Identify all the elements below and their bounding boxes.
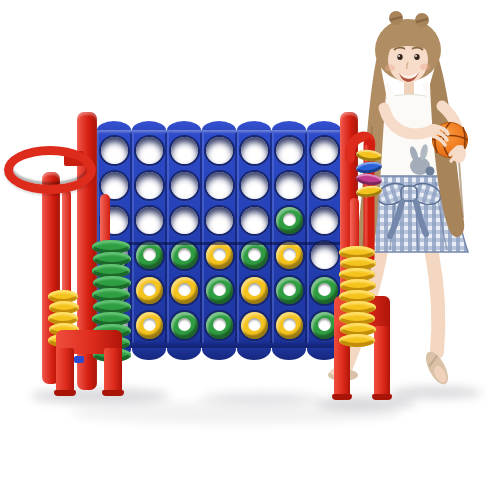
slot-hole — [276, 172, 303, 199]
slot-hole — [276, 137, 303, 164]
yellow-disc — [136, 312, 163, 339]
yellow-disc — [241, 312, 268, 339]
floor-shadow — [70, 402, 400, 424]
cell-r1c2 — [132, 133, 167, 168]
yellow-toss-ring — [339, 334, 375, 347]
cell-r2c6 — [272, 168, 307, 203]
cell-r3c7 — [307, 203, 342, 238]
cell-r1c1 — [97, 133, 132, 168]
cell-r2c3 — [167, 168, 202, 203]
slot-hole — [311, 242, 338, 269]
cell-r5c5 — [237, 273, 272, 308]
slot-hole — [241, 172, 268, 199]
green-disc — [206, 312, 233, 339]
slot-hole — [101, 137, 128, 164]
yellow-disc — [171, 277, 198, 304]
cell-r3c4 — [202, 203, 237, 238]
slot-hole — [241, 207, 268, 234]
cell-r3c3 — [167, 203, 202, 238]
yellow-disc — [241, 277, 268, 304]
slot-hole — [206, 207, 233, 234]
board-grid — [97, 133, 342, 343]
product-photo-stage — [0, 0, 500, 500]
cell-r3c2 — [132, 203, 167, 238]
cell-r2c4 — [202, 168, 237, 203]
cell-r1c7 — [307, 133, 342, 168]
slot-hole — [136, 137, 163, 164]
slot-hole — [136, 172, 163, 199]
cell-r6c6 — [272, 308, 307, 343]
cell-r3c5 — [237, 203, 272, 238]
cell-r3c6 — [272, 203, 307, 238]
cell-r2c7 — [307, 168, 342, 203]
green-disc — [241, 242, 268, 269]
yellow-disc — [136, 277, 163, 304]
slot-hole — [171, 137, 198, 164]
slot-hole — [136, 207, 163, 234]
slot-hole — [241, 137, 268, 164]
green-disc — [206, 277, 233, 304]
yellow-disc — [276, 242, 303, 269]
cell-r2c2 — [132, 168, 167, 203]
green-disc — [171, 312, 198, 339]
slot-hole — [311, 172, 338, 199]
slot-hole — [206, 137, 233, 164]
yellow-ring-stack-right — [339, 248, 376, 347]
green-disc — [276, 277, 303, 304]
cell-r5c6 — [272, 273, 307, 308]
slot-hole — [171, 172, 198, 199]
basketball-hoop — [4, 146, 96, 194]
cell-r6c3 — [167, 308, 202, 343]
cell-r2c5 — [237, 168, 272, 203]
cell-r5c2 — [132, 273, 167, 308]
cell-r6c2 — [132, 308, 167, 343]
cell-r1c4 — [202, 133, 237, 168]
cell-r5c3 — [167, 273, 202, 308]
slot-hole — [206, 172, 233, 199]
left-leg — [56, 330, 122, 396]
cell-r6c4 — [202, 308, 237, 343]
yellow-disc — [276, 312, 303, 339]
slot-hole — [311, 137, 338, 164]
slot-hole — [171, 207, 198, 234]
cell-r5c4 — [202, 273, 237, 308]
cell-r1c5 — [237, 133, 272, 168]
cell-r1c3 — [167, 133, 202, 168]
green-disc — [136, 242, 163, 269]
girl-head — [375, 11, 441, 83]
green-disc — [276, 207, 303, 234]
blue-peg — [74, 356, 84, 363]
slot-hole — [311, 207, 338, 234]
green-disc — [171, 242, 198, 269]
yellow-disc — [206, 242, 233, 269]
cell-r6c5 — [237, 308, 272, 343]
panel-seam — [95, 242, 347, 245]
cell-r1c6 — [272, 133, 307, 168]
